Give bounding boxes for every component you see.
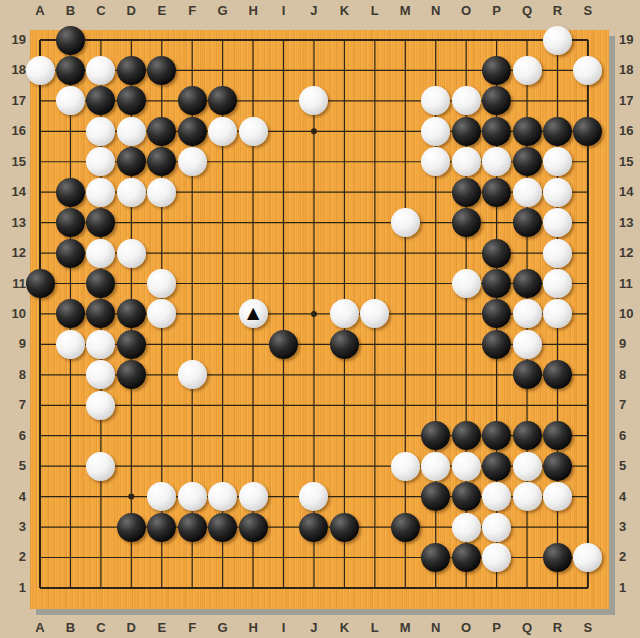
row-label-right-12: 12 xyxy=(619,245,640,261)
col-label-bottom-J: J xyxy=(310,620,317,636)
stone-black-A11 xyxy=(26,269,55,298)
stone-black-J3 xyxy=(299,513,328,542)
stone-white-Q18 xyxy=(513,56,542,85)
stone-black-O6 xyxy=(452,421,481,450)
stone-white-R15 xyxy=(543,147,572,176)
col-label-bottom-P: P xyxy=(492,620,501,636)
stone-black-R6 xyxy=(543,421,572,450)
row-label-right-14: 14 xyxy=(619,184,640,200)
row-label-left-7: 7 xyxy=(4,397,26,413)
stone-black-Q6 xyxy=(513,421,542,450)
stone-white-E14 xyxy=(147,178,176,207)
row-label-left-18: 18 xyxy=(4,62,26,78)
row-label-left-13: 13 xyxy=(4,215,26,231)
row-label-left-17: 17 xyxy=(4,93,26,109)
star-point xyxy=(311,311,317,317)
col-label-top-S: S xyxy=(584,3,593,19)
row-label-right-17: 17 xyxy=(619,93,640,109)
col-label-top-A: A xyxy=(35,3,44,19)
col-label-bottom-B: B xyxy=(66,620,75,636)
stone-white-B9 xyxy=(56,330,85,359)
col-label-top-J: J xyxy=(310,3,317,19)
stone-black-R5 xyxy=(543,452,572,481)
row-label-left-12: 12 xyxy=(4,245,26,261)
row-label-left-2: 2 xyxy=(4,549,26,565)
col-label-bottom-R: R xyxy=(553,620,562,636)
stone-black-M3 xyxy=(391,513,420,542)
stone-black-O2 xyxy=(452,543,481,572)
stone-black-D9 xyxy=(117,330,146,359)
row-label-right-7: 7 xyxy=(619,397,640,413)
col-label-top-G: G xyxy=(218,3,228,19)
row-label-left-8: 8 xyxy=(4,367,26,383)
col-label-bottom-G: G xyxy=(218,620,228,636)
row-label-left-11: 11 xyxy=(4,276,26,292)
row-label-left-9: 9 xyxy=(4,336,26,352)
stone-white-C14 xyxy=(86,178,115,207)
stone-black-E3 xyxy=(147,513,176,542)
stone-black-Q13 xyxy=(513,208,542,237)
star-point xyxy=(128,494,134,500)
stone-white-G16 xyxy=(208,117,237,146)
col-label-bottom-O: O xyxy=(461,620,471,636)
go-board[interactable]: ▲ xyxy=(30,30,609,609)
col-label-bottom-H: H xyxy=(248,620,257,636)
row-label-left-10: 10 xyxy=(4,306,26,322)
stone-white-D12 xyxy=(117,239,146,268)
stone-white-C5 xyxy=(86,452,115,481)
col-label-top-M: M xyxy=(400,3,411,19)
stone-black-Q8 xyxy=(513,360,542,389)
row-label-left-19: 19 xyxy=(4,32,26,48)
stone-white-R12 xyxy=(543,239,572,268)
stone-white-M5 xyxy=(391,452,420,481)
stone-white-G4 xyxy=(208,482,237,511)
go-app-page: ▲ AABBCCDDEEFFGGHHIIJJKKLLMMNNOOPPQQRRSS… xyxy=(0,0,640,638)
stone-white-Q5 xyxy=(513,452,542,481)
row-label-left-1: 1 xyxy=(4,580,26,596)
stone-white-R11 xyxy=(543,269,572,298)
stone-black-B19 xyxy=(56,26,85,55)
col-label-bottom-C: C xyxy=(96,620,105,636)
stone-black-Q11 xyxy=(513,269,542,298)
stone-white-R14 xyxy=(543,178,572,207)
col-label-top-H: H xyxy=(248,3,257,19)
stone-black-P18 xyxy=(482,56,511,85)
stone-white-C12 xyxy=(86,239,115,268)
stone-black-O16 xyxy=(452,117,481,146)
stone-white-C7 xyxy=(86,391,115,420)
stone-white-R19 xyxy=(543,26,572,55)
stone-white-P2 xyxy=(482,543,511,572)
stone-black-E16 xyxy=(147,117,176,146)
stone-black-H3 xyxy=(239,513,268,542)
stone-black-P12 xyxy=(482,239,511,268)
stone-white-Q10 xyxy=(513,299,542,328)
col-label-top-R: R xyxy=(553,3,562,19)
row-label-right-11: 11 xyxy=(619,276,640,292)
stone-black-D17 xyxy=(117,86,146,115)
col-label-bottom-D: D xyxy=(127,620,136,636)
col-label-bottom-L: L xyxy=(371,620,379,636)
col-label-top-D: D xyxy=(127,3,136,19)
row-label-right-15: 15 xyxy=(619,154,640,170)
stone-black-F3 xyxy=(178,513,207,542)
row-label-right-10: 10 xyxy=(619,306,640,322)
row-label-left-6: 6 xyxy=(4,428,26,444)
row-label-left-5: 5 xyxy=(4,458,26,474)
row-label-right-5: 5 xyxy=(619,458,640,474)
stone-black-O13 xyxy=(452,208,481,237)
star-point xyxy=(311,128,317,134)
row-label-right-3: 3 xyxy=(619,519,640,535)
stone-white-H4 xyxy=(239,482,268,511)
stone-white-F15 xyxy=(178,147,207,176)
stone-white-O5 xyxy=(452,452,481,481)
stone-black-O14 xyxy=(452,178,481,207)
col-label-top-L: L xyxy=(371,3,379,19)
col-label-bottom-S: S xyxy=(584,620,593,636)
col-label-top-I: I xyxy=(282,3,286,19)
stone-black-O4 xyxy=(452,482,481,511)
stone-white-A18 xyxy=(26,56,55,85)
col-label-bottom-A: A xyxy=(35,620,44,636)
stone-black-E18 xyxy=(147,56,176,85)
stone-black-Q16 xyxy=(513,117,542,146)
col-label-bottom-Q: Q xyxy=(522,620,532,636)
stone-white-H16 xyxy=(239,117,268,146)
row-label-right-8: 8 xyxy=(619,367,640,383)
row-label-left-16: 16 xyxy=(4,123,26,139)
stone-white-Q4 xyxy=(513,482,542,511)
stone-black-B14 xyxy=(56,178,85,207)
row-label-right-18: 18 xyxy=(619,62,640,78)
stone-black-D15 xyxy=(117,147,146,176)
stone-white-O3 xyxy=(452,513,481,542)
col-label-bottom-I: I xyxy=(282,620,286,636)
stone-black-R16 xyxy=(543,117,572,146)
row-label-right-4: 4 xyxy=(619,489,640,505)
stone-black-D8 xyxy=(117,360,146,389)
stone-white-R4 xyxy=(543,482,572,511)
stone-white-M13 xyxy=(391,208,420,237)
col-label-top-E: E xyxy=(157,3,166,19)
row-label-left-15: 15 xyxy=(4,154,26,170)
stone-black-P9 xyxy=(482,330,511,359)
col-label-bottom-E: E xyxy=(157,620,166,636)
stone-black-P16 xyxy=(482,117,511,146)
stone-black-F17 xyxy=(178,86,207,115)
col-label-top-N: N xyxy=(431,3,440,19)
col-label-bottom-K: K xyxy=(340,620,349,636)
stone-white-O15 xyxy=(452,147,481,176)
stone-white-C16 xyxy=(86,117,115,146)
stone-white-N5 xyxy=(421,452,450,481)
stone-white-O17 xyxy=(452,86,481,115)
stone-black-D18 xyxy=(117,56,146,85)
stone-white-H10: ▲ xyxy=(239,299,268,328)
row-label-left-14: 14 xyxy=(4,184,26,200)
col-label-top-P: P xyxy=(492,3,501,19)
stone-white-P4 xyxy=(482,482,511,511)
triangle-marker: ▲ xyxy=(247,305,259,321)
row-label-left-4: 4 xyxy=(4,489,26,505)
col-label-bottom-N: N xyxy=(431,620,440,636)
stone-white-Q9 xyxy=(513,330,542,359)
stone-black-P14 xyxy=(482,178,511,207)
stone-white-F4 xyxy=(178,482,207,511)
stone-white-D16 xyxy=(117,117,146,146)
stone-black-B12 xyxy=(56,239,85,268)
row-label-right-13: 13 xyxy=(619,215,640,231)
stone-white-P3 xyxy=(482,513,511,542)
stone-white-F8 xyxy=(178,360,207,389)
stone-black-R2 xyxy=(543,543,572,572)
stone-black-F16 xyxy=(178,117,207,146)
stone-black-B13 xyxy=(56,208,85,237)
row-label-right-19: 19 xyxy=(619,32,640,48)
stone-black-G3 xyxy=(208,513,237,542)
stone-white-N16 xyxy=(421,117,450,146)
col-label-top-Q: Q xyxy=(522,3,532,19)
stone-black-I9 xyxy=(269,330,298,359)
col-label-top-F: F xyxy=(188,3,196,19)
stone-white-R13 xyxy=(543,208,572,237)
row-label-left-3: 3 xyxy=(4,519,26,535)
stone-black-D3 xyxy=(117,513,146,542)
stone-white-O11 xyxy=(452,269,481,298)
row-label-right-9: 9 xyxy=(619,336,640,352)
row-label-right-1: 1 xyxy=(619,580,640,596)
stone-black-K3 xyxy=(330,513,359,542)
stone-white-D14 xyxy=(117,178,146,207)
col-label-bottom-F: F xyxy=(188,620,196,636)
col-label-top-C: C xyxy=(96,3,105,19)
row-label-right-6: 6 xyxy=(619,428,640,444)
row-label-right-2: 2 xyxy=(619,549,640,565)
stone-black-B18 xyxy=(56,56,85,85)
col-label-top-B: B xyxy=(66,3,75,19)
row-label-right-16: 16 xyxy=(619,123,640,139)
col-label-top-O: O xyxy=(461,3,471,19)
stone-black-P5 xyxy=(482,452,511,481)
stone-black-P11 xyxy=(482,269,511,298)
stone-white-Q14 xyxy=(513,178,542,207)
col-label-bottom-M: M xyxy=(400,620,411,636)
stone-black-K9 xyxy=(330,330,359,359)
stone-black-N2 xyxy=(421,543,450,572)
stone-black-Q15 xyxy=(513,147,542,176)
col-label-top-K: K xyxy=(340,3,349,19)
